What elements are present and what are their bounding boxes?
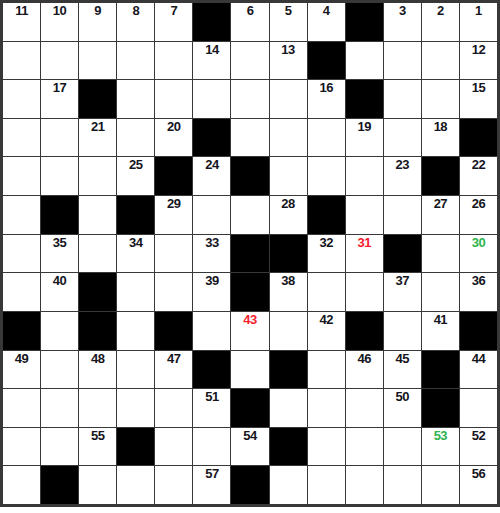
letter-cell-r6c8[interactable]: 28: [270, 196, 307, 234]
letter-cell-r6c11[interactable]: [384, 196, 421, 234]
clue-number-7: 7: [155, 4, 192, 18]
letter-cell-r7c13[interactable]: 30: [460, 235, 497, 273]
clue-number-23: 23: [384, 158, 421, 172]
letter-cell-r3c5[interactable]: [155, 80, 192, 118]
letter-cell-r3c1[interactable]: [3, 80, 40, 118]
letter-cell-r11c9[interactable]: [308, 389, 345, 427]
clue-number-4: 4: [308, 4, 345, 18]
letter-cell-r11c5[interactable]: [155, 389, 192, 427]
clue-number-55: 55: [79, 429, 116, 443]
letter-cell-r10c10[interactable]: 46: [346, 351, 383, 389]
letter-cell-r2c10[interactable]: [346, 42, 383, 80]
letter-cell-r8c9[interactable]: [308, 273, 345, 311]
block-cell-r7c8: [270, 235, 307, 273]
letter-cell-r1c8[interactable]: 5: [270, 3, 307, 41]
letter-cell-r12c12[interactable]: 53: [422, 428, 459, 466]
clue-number-9: 9: [79, 4, 116, 18]
letter-cell-r2c13[interactable]: 12: [460, 42, 497, 80]
letter-cell-r8c6[interactable]: 39: [193, 273, 230, 311]
clue-number-31: 31: [346, 236, 383, 250]
letter-cell-r10c4[interactable]: [117, 351, 154, 389]
letter-cell-r13c4[interactable]: [117, 466, 154, 504]
letter-cell-r9c2[interactable]: [41, 312, 78, 350]
letter-cell-r6c1[interactable]: [3, 196, 40, 234]
letter-cell-r7c5[interactable]: [155, 235, 192, 273]
letter-cell-r12c11[interactable]: [384, 428, 421, 466]
clue-number-39: 39: [193, 274, 230, 288]
letter-cell-r8c2[interactable]: 40: [41, 273, 78, 311]
clue-number-3: 3: [384, 4, 421, 18]
letter-cell-r2c7[interactable]: [231, 42, 268, 80]
block-cell-r11c12: [422, 389, 459, 427]
block-cell-r1c10: [346, 3, 383, 41]
letter-cell-r10c11[interactable]: 45: [384, 351, 421, 389]
letter-cell-r12c9[interactable]: [308, 428, 345, 466]
block-cell-r5c12: [422, 157, 459, 195]
letter-cell-r10c5[interactable]: 47: [155, 351, 192, 389]
clue-number-37: 37: [384, 274, 421, 288]
letter-cell-r4c3[interactable]: 21: [79, 119, 116, 157]
block-cell-r6c2: [41, 196, 78, 234]
clue-number-34: 34: [117, 236, 154, 250]
letter-cell-r4c10[interactable]: 19: [346, 119, 383, 157]
clue-number-24: 24: [193, 158, 230, 172]
letter-cell-r12c3[interactable]: 55: [79, 428, 116, 466]
letter-cell-r9c12[interactable]: 41: [422, 312, 459, 350]
letter-cell-r1c5[interactable]: 7: [155, 3, 192, 41]
letter-cell-r3c7[interactable]: [231, 80, 268, 118]
letter-cell-r11c1[interactable]: [3, 389, 40, 427]
clue-number-11: 11: [3, 4, 40, 18]
letter-cell-r8c11[interactable]: 37: [384, 273, 421, 311]
block-cell-r3c3: [79, 80, 116, 118]
letter-cell-r1c4[interactable]: 8: [117, 3, 154, 41]
letter-cell-r3c11[interactable]: [384, 80, 421, 118]
letter-cell-r3c8[interactable]: [270, 80, 307, 118]
clue-number-33: 33: [193, 236, 230, 250]
clue-number-22: 22: [460, 158, 497, 172]
letter-cell-r8c4[interactable]: [117, 273, 154, 311]
letter-cell-r5c9[interactable]: [308, 157, 345, 195]
letter-cell-r8c5[interactable]: [155, 273, 192, 311]
block-cell-r7c11: [384, 235, 421, 273]
block-cell-r9c1: [3, 312, 40, 350]
clue-number-54: 54: [231, 429, 268, 443]
clue-number-35: 35: [41, 236, 78, 250]
block-cell-r9c5: [155, 312, 192, 350]
block-cell-r13c7: [231, 466, 268, 504]
letter-cell-r1c2[interactable]: 10: [41, 3, 78, 41]
letter-cell-r2c3[interactable]: [79, 42, 116, 80]
letter-cell-r13c11[interactable]: [384, 466, 421, 504]
letter-cell-r12c13[interactable]: 52: [460, 428, 497, 466]
letter-cell-r2c8[interactable]: 13: [270, 42, 307, 80]
block-cell-r9c13: [460, 312, 497, 350]
letter-cell-r1c3[interactable]: 9: [79, 3, 116, 41]
clue-number-28: 28: [270, 197, 307, 211]
letter-cell-r4c11[interactable]: [384, 119, 421, 157]
block-cell-r1c6: [193, 3, 230, 41]
letter-cell-r1c7[interactable]: 6: [231, 3, 268, 41]
clue-number-19: 19: [346, 120, 383, 134]
letter-cell-r4c4[interactable]: [117, 119, 154, 157]
letter-cell-r13c13[interactable]: 56: [460, 466, 497, 504]
block-cell-r12c4: [117, 428, 154, 466]
letter-cell-r5c1[interactable]: [3, 157, 40, 195]
letter-cell-r3c2[interactable]: 17: [41, 80, 78, 118]
clue-number-29: 29: [155, 197, 192, 211]
letter-cell-r13c9[interactable]: [308, 466, 345, 504]
letter-cell-r6c13[interactable]: 26: [460, 196, 497, 234]
letter-cell-r10c3[interactable]: 48: [79, 351, 116, 389]
block-cell-r13c2: [41, 466, 78, 504]
crossword-grid: 1110987654321141312171615212019182524232…: [0, 0, 500, 507]
letter-cell-r2c1[interactable]: [3, 42, 40, 80]
clue-number-2: 2: [422, 4, 459, 18]
block-cell-r9c10: [346, 312, 383, 350]
letter-cell-r7c2[interactable]: 35: [41, 235, 78, 273]
letter-cell-r5c2[interactable]: [41, 157, 78, 195]
letter-cell-r9c11[interactable]: [384, 312, 421, 350]
letter-cell-r7c4[interactable]: 34: [117, 235, 154, 273]
letter-cell-r4c5[interactable]: 20: [155, 119, 192, 157]
letter-cell-r7c9[interactable]: 32: [308, 235, 345, 273]
letter-cell-r9c7[interactable]: 43: [231, 312, 268, 350]
letter-cell-r8c10[interactable]: [346, 273, 383, 311]
clue-number-5: 5: [270, 4, 307, 18]
letter-cell-r1c1[interactable]: 11: [3, 3, 40, 41]
clue-number-45: 45: [384, 352, 421, 366]
letter-cell-r10c2[interactable]: [41, 351, 78, 389]
clue-number-41: 41: [422, 313, 459, 327]
block-cell-r5c7: [231, 157, 268, 195]
clue-number-52: 52: [460, 429, 497, 443]
letter-cell-r8c13[interactable]: 36: [460, 273, 497, 311]
block-cell-r6c9: [308, 196, 345, 234]
letter-cell-r13c1[interactable]: [3, 466, 40, 504]
letter-cell-r2c4[interactable]: [117, 42, 154, 80]
clue-number-27: 27: [422, 197, 459, 211]
clue-number-38: 38: [270, 274, 307, 288]
letter-cell-r1c9[interactable]: 4: [308, 3, 345, 41]
letter-cell-r5c6[interactable]: 24: [193, 157, 230, 195]
clue-number-14: 14: [193, 43, 230, 57]
block-cell-r9c3: [79, 312, 116, 350]
clue-number-51: 51: [193, 390, 230, 404]
letter-cell-r3c6[interactable]: [193, 80, 230, 118]
letter-cell-r6c3[interactable]: [79, 196, 116, 234]
letter-cell-r5c8[interactable]: [270, 157, 307, 195]
letter-cell-r8c8[interactable]: 38: [270, 273, 307, 311]
clue-number-10: 10: [41, 4, 78, 18]
clue-number-42: 42: [308, 313, 345, 327]
clue-number-30: 30: [460, 236, 497, 250]
clue-number-12: 12: [460, 43, 497, 57]
letter-cell-r8c1[interactable]: [3, 273, 40, 311]
block-cell-r8c7: [231, 273, 268, 311]
letter-cell-r5c10[interactable]: [346, 157, 383, 195]
letter-cell-r4c12[interactable]: 18: [422, 119, 459, 157]
letter-cell-r10c7[interactable]: [231, 351, 268, 389]
letter-cell-r2c12[interactable]: [422, 42, 459, 80]
letter-cell-r7c1[interactable]: [3, 235, 40, 273]
letter-cell-r10c13[interactable]: 44: [460, 351, 497, 389]
letter-cell-r12c10[interactable]: [346, 428, 383, 466]
block-cell-r2c9: [308, 42, 345, 80]
letter-cell-r13c3[interactable]: [79, 466, 116, 504]
letter-cell-r4c9[interactable]: [308, 119, 345, 157]
clue-number-26: 26: [460, 197, 497, 211]
letter-cell-r1c13[interactable]: 1: [460, 3, 497, 41]
letter-cell-r9c4[interactable]: [117, 312, 154, 350]
letter-cell-r3c13[interactable]: 15: [460, 80, 497, 118]
letter-cell-r2c6[interactable]: 14: [193, 42, 230, 80]
clue-number-50: 50: [384, 390, 421, 404]
clue-number-8: 8: [117, 4, 154, 18]
letter-cell-r6c10[interactable]: [346, 196, 383, 234]
block-cell-r6c4: [117, 196, 154, 234]
letter-cell-r13c12[interactable]: [422, 466, 459, 504]
block-cell-r12c8: [270, 428, 307, 466]
clue-number-36: 36: [460, 274, 497, 288]
letter-cell-r13c5[interactable]: [155, 466, 192, 504]
letter-cell-r4c1[interactable]: [3, 119, 40, 157]
clue-number-48: 48: [79, 352, 116, 366]
letter-cell-r11c8[interactable]: [270, 389, 307, 427]
letter-cell-r7c6[interactable]: 33: [193, 235, 230, 273]
clue-number-40: 40: [41, 274, 78, 288]
block-cell-r10c8: [270, 351, 307, 389]
letter-cell-r11c4[interactable]: [117, 389, 154, 427]
clue-number-43: 43: [231, 313, 268, 327]
letter-cell-r12c6[interactable]: [193, 428, 230, 466]
block-cell-r4c6: [193, 119, 230, 157]
letter-cell-r13c8[interactable]: [270, 466, 307, 504]
letter-cell-r1c11[interactable]: 3: [384, 3, 421, 41]
letter-cell-r12c5[interactable]: [155, 428, 192, 466]
clue-number-32: 32: [308, 236, 345, 250]
letter-cell-r7c3[interactable]: [79, 235, 116, 273]
letter-cell-r7c12[interactable]: [422, 235, 459, 273]
letter-cell-r4c2[interactable]: [41, 119, 78, 157]
clue-number-16: 16: [308, 81, 345, 95]
letter-cell-r13c10[interactable]: [346, 466, 383, 504]
letter-cell-r5c11[interactable]: 23: [384, 157, 421, 195]
letter-cell-r3c4[interactable]: [117, 80, 154, 118]
letter-cell-r5c13[interactable]: 22: [460, 157, 497, 195]
letter-cell-r2c2[interactable]: [41, 42, 78, 80]
letter-cell-r3c9[interactable]: 16: [308, 80, 345, 118]
block-cell-r10c12: [422, 351, 459, 389]
letter-cell-r12c1[interactable]: [3, 428, 40, 466]
letter-cell-r11c2[interactable]: [41, 389, 78, 427]
block-cell-r8c3: [79, 273, 116, 311]
letter-cell-r1c12[interactable]: 2: [422, 3, 459, 41]
letter-cell-r12c2[interactable]: [41, 428, 78, 466]
clue-number-6: 6: [231, 4, 268, 18]
letter-cell-r11c6[interactable]: 51: [193, 389, 230, 427]
letter-cell-r2c5[interactable]: [155, 42, 192, 80]
letter-cell-r4c7[interactable]: [231, 119, 268, 157]
clue-number-1: 1: [460, 4, 497, 18]
clue-number-17: 17: [41, 81, 78, 95]
clue-number-20: 20: [155, 120, 192, 134]
block-cell-r4c13: [460, 119, 497, 157]
clue-number-57: 57: [193, 467, 230, 481]
block-cell-r11c7: [231, 389, 268, 427]
block-cell-r3c10: [346, 80, 383, 118]
letter-cell-r11c3[interactable]: [79, 389, 116, 427]
letter-cell-r9c6[interactable]: [193, 312, 230, 350]
block-cell-r10c6: [193, 351, 230, 389]
clue-number-46: 46: [346, 352, 383, 366]
crossword-page: 1110987654321141312171615212019182524232…: [0, 0, 500, 513]
clue-number-44: 44: [460, 352, 497, 366]
letter-cell-r13c6[interactable]: 57: [193, 466, 230, 504]
clue-number-49: 49: [3, 352, 40, 366]
letter-cell-r5c4[interactable]: 25: [117, 157, 154, 195]
letter-cell-r10c1[interactable]: 49: [3, 351, 40, 389]
clue-number-25: 25: [117, 158, 154, 172]
clue-number-21: 21: [79, 120, 116, 134]
clue-number-53: 53: [422, 429, 459, 443]
letter-cell-r6c12[interactable]: 27: [422, 196, 459, 234]
letter-cell-r2c11[interactable]: [384, 42, 421, 80]
letter-cell-r6c5[interactable]: 29: [155, 196, 192, 234]
clue-number-47: 47: [155, 352, 192, 366]
clue-number-56: 56: [460, 467, 497, 481]
letter-cell-r12c7[interactable]: 54: [231, 428, 268, 466]
block-cell-r5c5: [155, 157, 192, 195]
clue-number-15: 15: [460, 81, 497, 95]
clue-number-18: 18: [422, 120, 459, 134]
letter-cell-r4c8[interactable]: [270, 119, 307, 157]
letter-cell-r9c9[interactable]: 42: [308, 312, 345, 350]
letter-cell-r11c13[interactable]: [460, 389, 497, 427]
block-cell-r7c7: [231, 235, 268, 273]
letter-cell-r10c9[interactable]: [308, 351, 345, 389]
letter-cell-r11c11[interactable]: 50: [384, 389, 421, 427]
letter-cell-r6c6[interactable]: [193, 196, 230, 234]
letter-cell-r8c12[interactable]: [422, 273, 459, 311]
letter-cell-r5c3[interactable]: [79, 157, 116, 195]
letter-cell-r6c7[interactable]: [231, 196, 268, 234]
letter-cell-r7c10[interactable]: 31: [346, 235, 383, 273]
clue-number-13: 13: [270, 43, 307, 57]
letter-cell-r9c8[interactable]: [270, 312, 307, 350]
letter-cell-r3c12[interactable]: [422, 80, 459, 118]
letter-cell-r11c10[interactable]: [346, 389, 383, 427]
